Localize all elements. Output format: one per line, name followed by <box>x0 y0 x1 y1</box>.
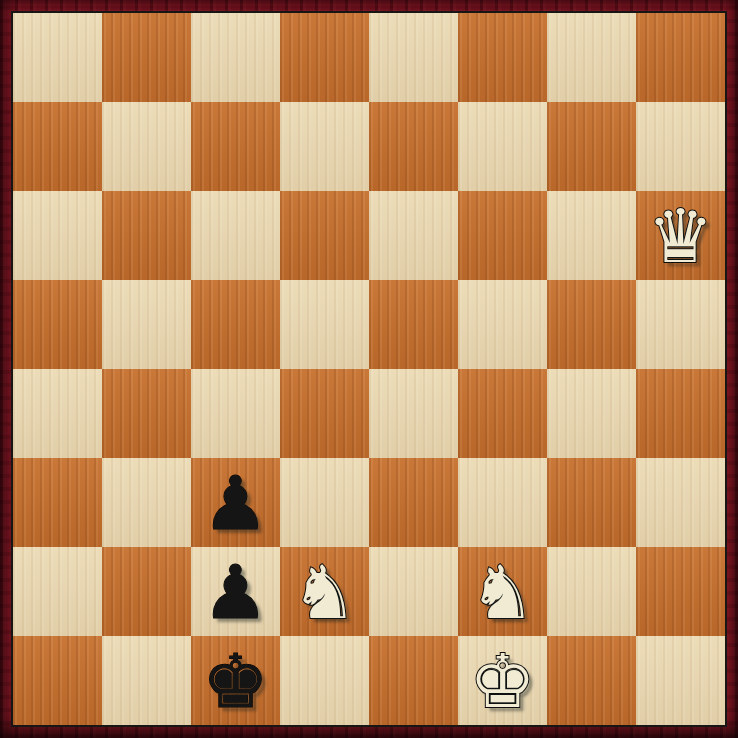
square-h7[interactable] <box>636 102 725 191</box>
chess-board: ♛♟♟♞♞♚♚ <box>11 11 727 727</box>
square-e1[interactable] <box>369 636 458 725</box>
square-h8[interactable] <box>636 13 725 102</box>
square-d1[interactable] <box>280 636 369 725</box>
square-g4[interactable] <box>547 369 636 458</box>
square-d5[interactable] <box>280 280 369 369</box>
square-f5[interactable] <box>458 280 547 369</box>
square-a2[interactable] <box>13 547 102 636</box>
square-b4[interactable] <box>102 369 191 458</box>
square-a7[interactable] <box>13 102 102 191</box>
square-h2[interactable] <box>636 547 725 636</box>
square-b5[interactable] <box>102 280 191 369</box>
square-c1[interactable]: ♚ <box>191 636 280 725</box>
square-a1[interactable] <box>13 636 102 725</box>
square-a5[interactable] <box>13 280 102 369</box>
square-b3[interactable] <box>102 458 191 547</box>
square-d8[interactable] <box>280 13 369 102</box>
square-h3[interactable] <box>636 458 725 547</box>
square-a6[interactable] <box>13 191 102 280</box>
square-c3[interactable]: ♟ <box>191 458 280 547</box>
black-king[interactable]: ♚ <box>202 644 268 718</box>
square-g3[interactable] <box>547 458 636 547</box>
square-c7[interactable] <box>191 102 280 191</box>
square-a8[interactable] <box>13 13 102 102</box>
square-g7[interactable] <box>547 102 636 191</box>
square-g2[interactable] <box>547 547 636 636</box>
square-b1[interactable] <box>102 636 191 725</box>
square-c8[interactable] <box>191 13 280 102</box>
square-b8[interactable] <box>102 13 191 102</box>
white-queen[interactable]: ♛ <box>647 199 713 273</box>
square-f6[interactable] <box>458 191 547 280</box>
square-b6[interactable] <box>102 191 191 280</box>
square-e3[interactable] <box>369 458 458 547</box>
square-h6[interactable]: ♛ <box>636 191 725 280</box>
square-g1[interactable] <box>547 636 636 725</box>
square-c5[interactable] <box>191 280 280 369</box>
square-c6[interactable] <box>191 191 280 280</box>
square-d3[interactable] <box>280 458 369 547</box>
square-e6[interactable] <box>369 191 458 280</box>
square-h4[interactable] <box>636 369 725 458</box>
white-knight[interactable]: ♞ <box>469 555 535 629</box>
square-h5[interactable] <box>636 280 725 369</box>
square-b2[interactable] <box>102 547 191 636</box>
black-pawn[interactable]: ♟ <box>202 555 268 629</box>
board-frame: ♛♟♟♞♞♚♚ <box>0 0 738 738</box>
square-h1[interactable] <box>636 636 725 725</box>
square-c2[interactable]: ♟ <box>191 547 280 636</box>
square-b7[interactable] <box>102 102 191 191</box>
square-g5[interactable] <box>547 280 636 369</box>
black-pawn[interactable]: ♟ <box>202 466 268 540</box>
square-e2[interactable] <box>369 547 458 636</box>
square-d4[interactable] <box>280 369 369 458</box>
square-a3[interactable] <box>13 458 102 547</box>
white-knight[interactable]: ♞ <box>291 555 357 629</box>
square-f3[interactable] <box>458 458 547 547</box>
white-king[interactable]: ♚ <box>469 644 535 718</box>
square-c4[interactable] <box>191 369 280 458</box>
square-f2[interactable]: ♞ <box>458 547 547 636</box>
square-g8[interactable] <box>547 13 636 102</box>
square-a4[interactable] <box>13 369 102 458</box>
square-f1[interactable]: ♚ <box>458 636 547 725</box>
square-f8[interactable] <box>458 13 547 102</box>
square-d2[interactable]: ♞ <box>280 547 369 636</box>
square-e4[interactable] <box>369 369 458 458</box>
square-d7[interactable] <box>280 102 369 191</box>
square-e5[interactable] <box>369 280 458 369</box>
square-e7[interactable] <box>369 102 458 191</box>
square-f7[interactable] <box>458 102 547 191</box>
square-f4[interactable] <box>458 369 547 458</box>
square-e8[interactable] <box>369 13 458 102</box>
square-g6[interactable] <box>547 191 636 280</box>
square-d6[interactable] <box>280 191 369 280</box>
